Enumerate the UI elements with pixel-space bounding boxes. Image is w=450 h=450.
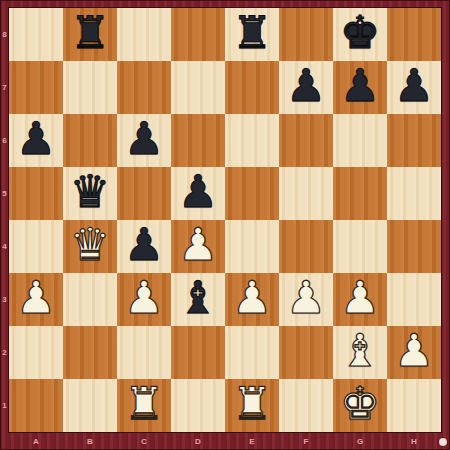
piece-black-rook[interactable]: ♜ [232,10,272,55]
square-c5[interactable] [117,167,171,220]
square-b1[interactable] [63,379,117,432]
piece-black-rook[interactable]: ♜ [70,10,110,55]
square-a3[interactable]: ♟ [9,273,63,326]
square-g6[interactable] [333,114,387,167]
square-e8[interactable]: ♜ [225,8,279,61]
square-b3[interactable] [63,273,117,326]
piece-white-pawn[interactable]: ♟ [394,328,434,373]
piece-white-bishop[interactable]: ♝ [340,328,380,373]
piece-black-pawn[interactable]: ♟ [124,222,164,267]
square-e4[interactable] [225,220,279,273]
piece-black-queen[interactable]: ♛ [70,169,110,214]
square-b2[interactable] [63,326,117,379]
piece-black-pawn[interactable]: ♟ [178,169,218,214]
square-d1[interactable] [171,379,225,432]
square-e1[interactable]: ♜ [225,379,279,432]
square-d7[interactable] [171,61,225,114]
file-label-b: B [63,432,117,450]
piece-white-queen[interactable]: ♛ [70,222,110,267]
square-b7[interactable] [63,61,117,114]
file-label-g: G [333,432,387,450]
piece-white-pawn[interactable]: ♟ [16,275,56,320]
square-g4[interactable] [333,220,387,273]
square-c6[interactable]: ♟ [117,114,171,167]
chess-board-frame: ♜♜♚♟♟♟♟♟♛♟♛♟♟♟♟♝♟♟♟♝♟♜♜♚ 87654321 ABCDEF… [0,0,450,450]
square-g5[interactable] [333,167,387,220]
rank-label-3: 3 [0,273,9,326]
piece-black-pawn[interactable]: ♟ [394,63,434,108]
rank-label-7: 7 [0,61,9,114]
rank-label-8: 8 [0,8,9,61]
piece-white-pawn[interactable]: ♟ [178,222,218,267]
square-a4[interactable] [9,220,63,273]
piece-white-pawn[interactable]: ♟ [340,275,380,320]
square-a1[interactable] [9,379,63,432]
piece-white-pawn[interactable]: ♟ [286,275,326,320]
square-f1[interactable] [279,379,333,432]
square-h1[interactable] [387,379,441,432]
square-f4[interactable] [279,220,333,273]
square-d4[interactable]: ♟ [171,220,225,273]
rank-label-6: 6 [0,114,9,167]
piece-black-king[interactable]: ♚ [340,10,380,55]
file-label-d: D [171,432,225,450]
square-b5[interactable]: ♛ [63,167,117,220]
piece-black-bishop[interactable]: ♝ [178,275,218,320]
square-b4[interactable]: ♛ [63,220,117,273]
square-d3[interactable]: ♝ [171,273,225,326]
square-b6[interactable] [63,114,117,167]
square-d8[interactable] [171,8,225,61]
square-f7[interactable]: ♟ [279,61,333,114]
square-f2[interactable] [279,326,333,379]
square-g8[interactable]: ♚ [333,8,387,61]
piece-black-pawn[interactable]: ♟ [286,63,326,108]
square-e2[interactable] [225,326,279,379]
square-g2[interactable]: ♝ [333,326,387,379]
square-a5[interactable] [9,167,63,220]
square-f6[interactable] [279,114,333,167]
rank-label-5: 5 [0,167,9,220]
square-c3[interactable]: ♟ [117,273,171,326]
square-c7[interactable] [117,61,171,114]
piece-white-rook[interactable]: ♜ [124,381,164,426]
square-c1[interactable]: ♜ [117,379,171,432]
square-f5[interactable] [279,167,333,220]
piece-black-pawn[interactable]: ♟ [16,116,56,161]
square-g3[interactable]: ♟ [333,273,387,326]
rank-label-4: 4 [0,220,9,273]
square-a8[interactable] [9,8,63,61]
square-d5[interactable]: ♟ [171,167,225,220]
square-d6[interactable] [171,114,225,167]
piece-white-rook[interactable]: ♜ [232,381,272,426]
piece-white-king[interactable]: ♚ [340,381,380,426]
piece-black-pawn[interactable]: ♟ [340,63,380,108]
square-h6[interactable] [387,114,441,167]
square-a6[interactable]: ♟ [9,114,63,167]
file-label-a: A [9,432,63,450]
piece-white-pawn[interactable]: ♟ [124,275,164,320]
square-c4[interactable]: ♟ [117,220,171,273]
piece-black-pawn[interactable]: ♟ [124,116,164,161]
square-c2[interactable] [117,326,171,379]
square-c8[interactable] [117,8,171,61]
file-label-h: H [387,432,441,450]
square-e7[interactable] [225,61,279,114]
square-f3[interactable]: ♟ [279,273,333,326]
square-e6[interactable] [225,114,279,167]
file-label-e: E [225,432,279,450]
square-h3[interactable] [387,273,441,326]
square-b8[interactable]: ♜ [63,8,117,61]
square-h5[interactable] [387,167,441,220]
square-e3[interactable]: ♟ [225,273,279,326]
piece-white-pawn[interactable]: ♟ [232,275,272,320]
square-h8[interactable] [387,8,441,61]
file-label-f: F [279,432,333,450]
square-h7[interactable]: ♟ [387,61,441,114]
square-a7[interactable] [9,61,63,114]
chess-board: ♜♜♚♟♟♟♟♟♛♟♛♟♟♟♟♝♟♟♟♝♟♜♜♚ [9,8,441,432]
white-to-move-indicator-dot [439,438,447,446]
square-h2[interactable]: ♟ [387,326,441,379]
square-e5[interactable] [225,167,279,220]
file-label-c: C [117,432,171,450]
square-f8[interactable] [279,8,333,61]
square-g1[interactable]: ♚ [333,379,387,432]
square-h4[interactable] [387,220,441,273]
rank-label-1: 1 [0,379,9,432]
rank-label-2: 2 [0,326,9,379]
square-g7[interactable]: ♟ [333,61,387,114]
square-d2[interactable] [171,326,225,379]
square-a2[interactable] [9,326,63,379]
